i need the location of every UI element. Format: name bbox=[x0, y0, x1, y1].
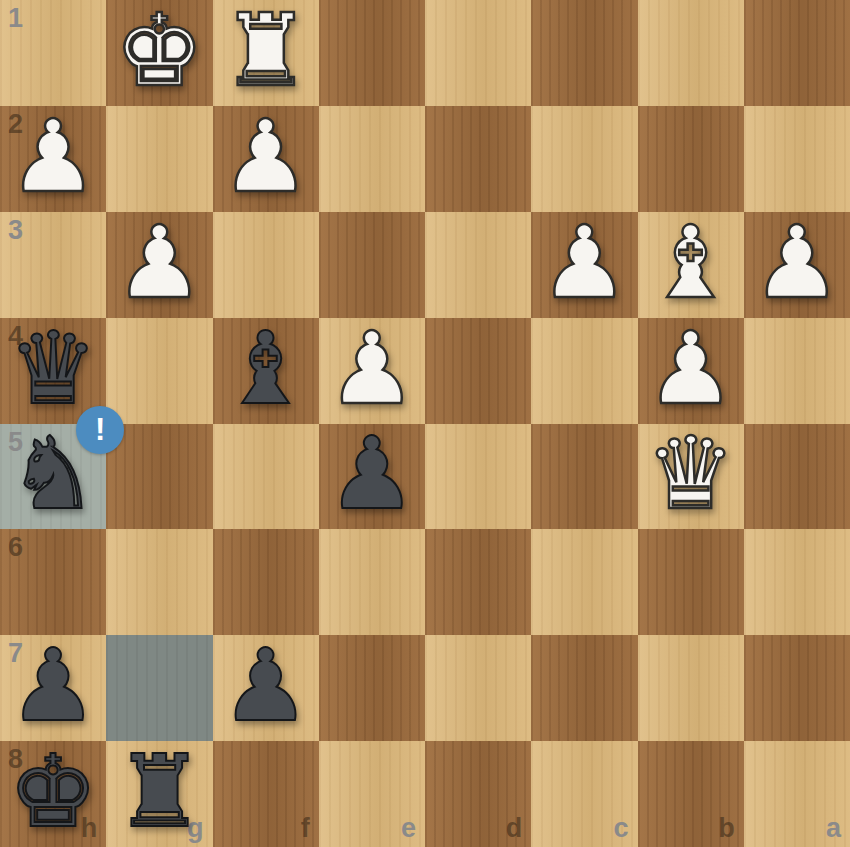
file-label-b: b bbox=[718, 813, 735, 844]
white-queen[interactable]: ♛ bbox=[638, 422, 744, 528]
square-d2[interactable] bbox=[425, 106, 531, 212]
file-label-d: d bbox=[506, 813, 523, 844]
square-f3[interactable] bbox=[213, 212, 319, 318]
square-c5[interactable] bbox=[531, 424, 637, 530]
square-c8[interactable]: c bbox=[531, 741, 637, 847]
black-queen[interactable]: ♛ bbox=[0, 316, 106, 422]
square-c4[interactable] bbox=[531, 318, 637, 424]
chess-board: 1♚♜2♟♟3♟♟♝♟4♛♝♟♟5♞!♟♛67♟♟8h♚g♜fedcba bbox=[0, 0, 850, 847]
black-knight[interactable]: ♞ bbox=[0, 422, 106, 528]
square-b4[interactable]: ♟ bbox=[638, 318, 744, 424]
square-a6[interactable] bbox=[744, 529, 850, 635]
white-rook[interactable]: ♜ bbox=[213, 0, 319, 104]
file-label-f: f bbox=[301, 813, 310, 844]
black-king[interactable]: ♚ bbox=[0, 739, 106, 845]
square-g4[interactable] bbox=[106, 318, 212, 424]
black-bishop[interactable]: ♝ bbox=[213, 316, 319, 422]
square-a2[interactable] bbox=[744, 106, 850, 212]
square-h5[interactable]: 5♞! bbox=[0, 424, 106, 530]
white-pawn[interactable]: ♟ bbox=[319, 316, 425, 422]
square-e4[interactable]: ♟ bbox=[319, 318, 425, 424]
rank-label-6: 6 bbox=[8, 532, 23, 563]
square-h3[interactable]: 3 bbox=[0, 212, 106, 318]
square-e1[interactable] bbox=[319, 0, 425, 106]
square-e2[interactable] bbox=[319, 106, 425, 212]
square-d3[interactable] bbox=[425, 212, 531, 318]
square-g2[interactable] bbox=[106, 106, 212, 212]
square-d4[interactable] bbox=[425, 318, 531, 424]
file-label-c: c bbox=[613, 813, 628, 844]
square-h4[interactable]: 4♛ bbox=[0, 318, 106, 424]
square-c3[interactable]: ♟ bbox=[531, 212, 637, 318]
square-a8[interactable]: a bbox=[744, 741, 850, 847]
square-f2[interactable]: ♟ bbox=[213, 106, 319, 212]
square-b1[interactable] bbox=[638, 0, 744, 106]
square-a3[interactable]: ♟ bbox=[744, 212, 850, 318]
square-g7[interactable] bbox=[106, 635, 212, 741]
chess-board-wrap: 1♚♜2♟♟3♟♟♝♟4♛♝♟♟5♞!♟♛67♟♟8h♚g♜fedcba bbox=[0, 0, 850, 847]
black-pawn[interactable]: ♟ bbox=[319, 422, 425, 528]
square-f8[interactable]: f bbox=[213, 741, 319, 847]
square-b8[interactable]: b bbox=[638, 741, 744, 847]
square-a5[interactable] bbox=[744, 424, 850, 530]
white-pawn[interactable]: ♟ bbox=[744, 210, 850, 316]
square-e7[interactable] bbox=[319, 635, 425, 741]
square-g5[interactable] bbox=[106, 424, 212, 530]
square-h1[interactable]: 1 bbox=[0, 0, 106, 106]
rank-label-1: 1 bbox=[8, 3, 23, 34]
square-d7[interactable] bbox=[425, 635, 531, 741]
square-e8[interactable]: e bbox=[319, 741, 425, 847]
square-d1[interactable] bbox=[425, 0, 531, 106]
square-g1[interactable]: ♚ bbox=[106, 0, 212, 106]
rank-label-3: 3 bbox=[8, 215, 23, 246]
square-g6[interactable] bbox=[106, 529, 212, 635]
square-c1[interactable] bbox=[531, 0, 637, 106]
square-h7[interactable]: 7♟ bbox=[0, 635, 106, 741]
square-e6[interactable] bbox=[319, 529, 425, 635]
square-d6[interactable] bbox=[425, 529, 531, 635]
square-b2[interactable] bbox=[638, 106, 744, 212]
white-pawn[interactable]: ♟ bbox=[531, 210, 637, 316]
white-pawn[interactable]: ♟ bbox=[638, 316, 744, 422]
square-c7[interactable] bbox=[531, 635, 637, 741]
square-b7[interactable] bbox=[638, 635, 744, 741]
white-pawn[interactable]: ♟ bbox=[213, 104, 319, 210]
square-f5[interactable] bbox=[213, 424, 319, 530]
square-d8[interactable]: d bbox=[425, 741, 531, 847]
square-c6[interactable] bbox=[531, 529, 637, 635]
file-label-e: e bbox=[401, 813, 416, 844]
square-f6[interactable] bbox=[213, 529, 319, 635]
square-a7[interactable] bbox=[744, 635, 850, 741]
black-rook[interactable]: ♜ bbox=[106, 739, 212, 845]
square-f1[interactable]: ♜ bbox=[213, 0, 319, 106]
square-c2[interactable] bbox=[531, 106, 637, 212]
white-bishop[interactable]: ♝ bbox=[638, 210, 744, 316]
square-g3[interactable]: ♟ bbox=[106, 212, 212, 318]
square-h6[interactable]: 6 bbox=[0, 529, 106, 635]
square-b6[interactable] bbox=[638, 529, 744, 635]
white-pawn[interactable]: ♟ bbox=[106, 210, 212, 316]
square-h8[interactable]: 8h♚ bbox=[0, 741, 106, 847]
square-f7[interactable]: ♟ bbox=[213, 635, 319, 741]
square-e5[interactable]: ♟ bbox=[319, 424, 425, 530]
square-a4[interactable] bbox=[744, 318, 850, 424]
square-f4[interactable]: ♝ bbox=[213, 318, 319, 424]
square-b5[interactable]: ♛ bbox=[638, 424, 744, 530]
square-d5[interactable] bbox=[425, 424, 531, 530]
square-h2[interactable]: 2♟ bbox=[0, 106, 106, 212]
black-pawn[interactable]: ♟ bbox=[213, 633, 319, 739]
square-e3[interactable] bbox=[319, 212, 425, 318]
square-a1[interactable] bbox=[744, 0, 850, 106]
file-label-a: a bbox=[826, 813, 841, 844]
white-king[interactable]: ♚ bbox=[106, 0, 212, 104]
square-g8[interactable]: g♜ bbox=[106, 741, 212, 847]
black-pawn[interactable]: ♟ bbox=[0, 633, 106, 739]
square-b3[interactable]: ♝ bbox=[638, 212, 744, 318]
white-pawn[interactable]: ♟ bbox=[0, 104, 106, 210]
